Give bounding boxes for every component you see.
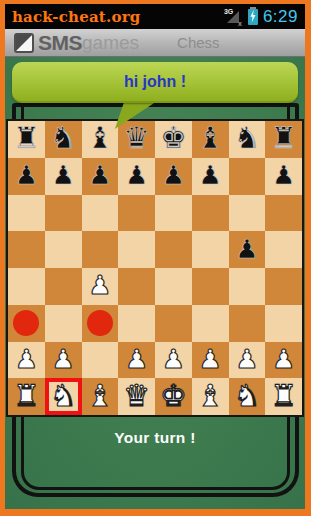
square-a7[interactable]: ♟ xyxy=(8,158,45,195)
square-g6[interactable] xyxy=(229,195,266,232)
game-table-felt: hi john ! ♜♞♝♛♚♝♞♜♟♟♟♟♟♟♟♟♟♟♟♟♟♟♟♟♜♞♝♛♚♝… xyxy=(5,57,305,509)
square-a6[interactable] xyxy=(8,195,45,232)
square-h1[interactable]: ♜ xyxy=(265,378,302,415)
square-b2[interactable]: ♟ xyxy=(45,342,82,379)
piece-white-pawn: ♟ xyxy=(235,346,258,372)
app-name-bold: SMS xyxy=(38,31,82,55)
square-f4[interactable] xyxy=(192,268,229,305)
square-d7[interactable]: ♟ xyxy=(118,158,155,195)
square-c4[interactable]: ♟ xyxy=(82,268,119,305)
piece-black-king: ♚ xyxy=(160,123,187,153)
square-a4[interactable] xyxy=(8,268,45,305)
square-g1[interactable]: ♞ xyxy=(229,378,266,415)
signal-strength-icon: 3G x xyxy=(224,9,241,25)
square-b6[interactable] xyxy=(45,195,82,232)
piece-black-bishop: ♝ xyxy=(197,123,224,153)
piece-white-rook: ♜ xyxy=(270,381,297,411)
piece-black-queen: ♛ xyxy=(123,123,150,153)
phone-screen: hack-cheat.org 3G x 6:29 SMS games Chess xyxy=(0,0,311,516)
square-d4[interactable] xyxy=(118,268,155,305)
square-b1[interactable]: ♞ xyxy=(45,378,82,415)
piece-black-pawn: ♟ xyxy=(125,162,148,188)
square-a8[interactable]: ♜ xyxy=(8,121,45,158)
status-bar: hack-cheat.org 3G x 6:29 xyxy=(5,4,305,29)
square-b7[interactable]: ♟ xyxy=(45,158,82,195)
piece-white-king: ♚ xyxy=(160,381,187,411)
square-f5[interactable] xyxy=(192,231,229,268)
square-e8[interactable]: ♚ xyxy=(155,121,192,158)
piece-black-pawn: ♟ xyxy=(235,236,258,262)
square-h8[interactable]: ♜ xyxy=(265,121,302,158)
square-h4[interactable] xyxy=(265,268,302,305)
piece-white-pawn: ♟ xyxy=(15,346,38,372)
piece-white-pawn: ♟ xyxy=(88,272,111,298)
chat-message: hi john ! xyxy=(124,73,186,91)
square-c8[interactable]: ♝ xyxy=(82,121,119,158)
piece-white-rook: ♜ xyxy=(13,381,40,411)
piece-white-knight: ♞ xyxy=(233,381,260,411)
watermark-site-label: hack-cheat.org xyxy=(12,8,140,26)
square-a1[interactable]: ♜ xyxy=(8,378,45,415)
square-d8[interactable]: ♛ xyxy=(118,121,155,158)
square-c1[interactable]: ♝ xyxy=(82,378,119,415)
square-f6[interactable] xyxy=(192,195,229,232)
status-clock: 6:29 xyxy=(263,7,298,27)
piece-white-bishop: ♝ xyxy=(197,381,224,411)
smsgames-logo-icon xyxy=(14,33,34,53)
piece-black-pawn: ♟ xyxy=(272,162,295,188)
square-c3[interactable] xyxy=(82,305,119,342)
turn-status-text: Your turn ! xyxy=(5,429,305,447)
piece-white-queen: ♛ xyxy=(123,381,150,411)
piece-black-knight: ♞ xyxy=(233,123,260,153)
square-f3[interactable] xyxy=(192,305,229,342)
square-h7[interactable]: ♟ xyxy=(265,158,302,195)
square-g4[interactable] xyxy=(229,268,266,305)
piece-white-pawn: ♟ xyxy=(125,346,148,372)
piece-white-pawn: ♟ xyxy=(162,346,185,372)
square-h6[interactable] xyxy=(265,195,302,232)
status-bar-right: 3G x 6:29 xyxy=(224,7,298,27)
piece-white-pawn: ♟ xyxy=(272,346,295,372)
piece-black-pawn: ♟ xyxy=(88,162,111,188)
square-f7[interactable]: ♟ xyxy=(192,158,229,195)
square-c2[interactable] xyxy=(82,342,119,379)
square-h5[interactable] xyxy=(265,231,302,268)
piece-black-knight: ♞ xyxy=(50,123,77,153)
app-header: SMS games Chess xyxy=(5,29,305,57)
piece-black-pawn: ♟ xyxy=(198,162,221,188)
square-a3[interactable] xyxy=(8,305,45,342)
piece-black-pawn: ♟ xyxy=(15,162,38,188)
square-d5[interactable] xyxy=(118,231,155,268)
piece-black-bishop: ♝ xyxy=(86,123,113,153)
square-c6[interactable] xyxy=(82,195,119,232)
square-c5[interactable] xyxy=(82,231,119,268)
chess-board: ♜♞♝♛♚♝♞♜♟♟♟♟♟♟♟♟♟♟♟♟♟♟♟♟♜♞♝♛♚♝♞♜ xyxy=(6,119,304,417)
piece-black-pawn: ♟ xyxy=(51,162,74,188)
piece-white-bishop: ♝ xyxy=(86,381,113,411)
piece-white-knight: ♞ xyxy=(50,381,77,411)
app-name-light: games xyxy=(82,32,139,54)
square-b4[interactable] xyxy=(45,268,82,305)
square-h3[interactable] xyxy=(265,305,302,342)
square-g2[interactable]: ♟ xyxy=(229,342,266,379)
square-a5[interactable] xyxy=(8,231,45,268)
battery-charging-icon xyxy=(248,9,258,25)
square-d1[interactable]: ♛ xyxy=(118,378,155,415)
square-g7[interactable] xyxy=(229,158,266,195)
square-b3[interactable] xyxy=(45,305,82,342)
piece-white-pawn: ♟ xyxy=(198,346,221,372)
square-e2[interactable]: ♟ xyxy=(155,342,192,379)
square-h2[interactable]: ♟ xyxy=(265,342,302,379)
square-d6[interactable] xyxy=(118,195,155,232)
square-b5[interactable] xyxy=(45,231,82,268)
app-window: hack-cheat.org 3G x 6:29 SMS games Chess xyxy=(5,4,305,509)
move-hint-dot-c3[interactable] xyxy=(87,310,113,336)
square-g5[interactable]: ♟ xyxy=(229,231,266,268)
square-e7[interactable]: ♟ xyxy=(155,158,192,195)
square-e3[interactable] xyxy=(155,305,192,342)
square-d2[interactable]: ♟ xyxy=(118,342,155,379)
square-c7[interactable]: ♟ xyxy=(82,158,119,195)
square-f2[interactable]: ♟ xyxy=(192,342,229,379)
piece-white-pawn: ♟ xyxy=(51,346,74,372)
square-d3[interactable] xyxy=(118,305,155,342)
square-a2[interactable]: ♟ xyxy=(8,342,45,379)
square-f8[interactable]: ♝ xyxy=(192,121,229,158)
square-b8[interactable]: ♞ xyxy=(45,121,82,158)
piece-black-rook: ♜ xyxy=(13,123,40,153)
chat-bubble: hi john ! xyxy=(12,62,298,103)
square-g8[interactable]: ♞ xyxy=(229,121,266,158)
move-hint-dot-a3[interactable] xyxy=(13,310,39,336)
no-data-x-icon: x xyxy=(238,20,242,27)
square-e4[interactable] xyxy=(155,268,192,305)
piece-black-pawn: ♟ xyxy=(162,162,185,188)
screen-title: Chess xyxy=(177,34,220,51)
square-e1[interactable]: ♚ xyxy=(155,378,192,415)
square-f1[interactable]: ♝ xyxy=(192,378,229,415)
piece-black-rook: ♜ xyxy=(270,123,297,153)
square-g3[interactable] xyxy=(229,305,266,342)
square-e5[interactable] xyxy=(155,231,192,268)
square-e6[interactable] xyxy=(155,195,192,232)
